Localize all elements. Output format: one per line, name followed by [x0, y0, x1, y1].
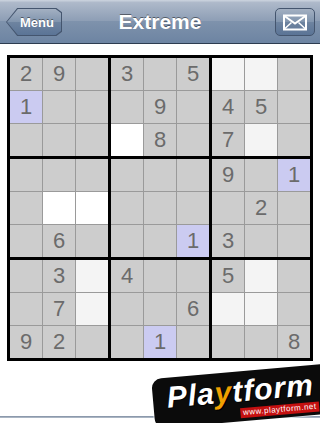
cell-r5c7[interactable] [212, 192, 244, 224]
cell-r5c9[interactable] [278, 192, 310, 224]
cell-r2c3[interactable] [76, 91, 108, 123]
box-3: 457 [212, 58, 310, 156]
cell-r4c2[interactable] [43, 159, 75, 191]
cell-r6c1[interactable] [10, 225, 42, 257]
cell-r6c4[interactable] [111, 225, 143, 257]
cell-r9c6[interactable] [177, 326, 209, 358]
mail-button[interactable] [275, 8, 315, 36]
menu-button-face: Menu [7, 9, 61, 35]
cell-r4c5[interactable] [144, 159, 176, 191]
cell-r8c4[interactable] [111, 293, 143, 325]
cell-r3c4[interactable] [111, 124, 143, 156]
navbar: Menu Extreme [0, 0, 320, 44]
cell-r5c6[interactable] [177, 192, 209, 224]
cell-r4c7[interactable]: 9 [212, 159, 244, 191]
cell-r5c2[interactable] [43, 192, 75, 224]
cell-r7c6[interactable] [177, 260, 209, 292]
box-6: 9123 [212, 159, 310, 257]
cell-r9c5[interactable]: 1 [144, 326, 176, 358]
logo-accent-letter: y [213, 375, 233, 409]
cell-r9c3[interactable] [76, 326, 108, 358]
box-9: 58 [212, 260, 310, 358]
cell-r5c5[interactable] [144, 192, 176, 224]
cell-r9c8[interactable] [245, 326, 277, 358]
cell-r2c7[interactable]: 4 [212, 91, 244, 123]
cell-r1c8[interactable] [245, 58, 277, 90]
cell-r8c6[interactable]: 6 [177, 293, 209, 325]
cell-r2c6[interactable] [177, 91, 209, 123]
cell-r1c5[interactable] [144, 58, 176, 90]
cell-r9c2[interactable]: 2 [43, 326, 75, 358]
cell-r2c5[interactable]: 9 [144, 91, 176, 123]
cell-r3c8[interactable] [245, 124, 277, 156]
cell-r5c4[interactable] [111, 192, 143, 224]
cell-r2c9[interactable] [278, 91, 310, 123]
cell-r9c1[interactable]: 9 [10, 326, 42, 358]
cell-r7c3[interactable] [76, 260, 108, 292]
cell-r4c8[interactable] [245, 159, 277, 191]
cell-r7c8[interactable] [245, 260, 277, 292]
app-screen: Menu Extreme 2913598457619123379246158 P… [0, 0, 320, 423]
cell-r8c5[interactable] [144, 293, 176, 325]
cell-r8c8[interactable] [245, 293, 277, 325]
cell-r8c3[interactable] [76, 293, 108, 325]
cell-r7c2[interactable]: 3 [43, 260, 75, 292]
cell-r7c5[interactable] [144, 260, 176, 292]
cell-r7c4[interactable]: 4 [111, 260, 143, 292]
cell-r8c2[interactable]: 7 [43, 293, 75, 325]
cell-r6c8[interactable] [245, 225, 277, 257]
cell-r1c9[interactable] [278, 58, 310, 90]
cell-r5c1[interactable] [10, 192, 42, 224]
cell-r6c9[interactable] [278, 225, 310, 257]
cell-r8c7[interactable] [212, 293, 244, 325]
menu-button[interactable]: Menu [6, 8, 62, 36]
cell-r7c7[interactable]: 5 [212, 260, 244, 292]
sudoku-grid: 2913598457619123379246158 [7, 55, 313, 361]
box-8: 461 [111, 260, 209, 358]
cell-r8c1[interactable] [10, 293, 42, 325]
box-7: 3792 [10, 260, 108, 358]
cell-r1c7[interactable] [212, 58, 244, 90]
envelope-icon [283, 14, 307, 31]
cell-r3c5[interactable]: 8 [144, 124, 176, 156]
cell-r9c4[interactable] [111, 326, 143, 358]
cell-r3c7[interactable]: 7 [212, 124, 244, 156]
cell-r9c9[interactable]: 8 [278, 326, 310, 358]
cell-r9c7[interactable] [212, 326, 244, 358]
cell-r1c1[interactable]: 2 [10, 58, 42, 90]
cell-r5c8[interactable]: 2 [245, 192, 277, 224]
cell-r5c3[interactable] [76, 192, 108, 224]
cell-r2c2[interactable] [43, 91, 75, 123]
cell-r2c4[interactable] [111, 91, 143, 123]
cell-r7c9[interactable] [278, 260, 310, 292]
cell-r3c9[interactable] [278, 124, 310, 156]
cell-r4c3[interactable] [76, 159, 108, 191]
box-2: 3598 [111, 58, 209, 156]
cell-r6c5[interactable] [144, 225, 176, 257]
cell-r7c1[interactable] [10, 260, 42, 292]
cell-r2c8[interactable]: 5 [245, 91, 277, 123]
cell-r6c2[interactable]: 6 [43, 225, 75, 257]
box-5: 1 [111, 159, 209, 257]
cell-r4c4[interactable] [111, 159, 143, 191]
box-4: 6 [10, 159, 108, 257]
cell-r1c2[interactable]: 9 [43, 58, 75, 90]
cell-r4c1[interactable] [10, 159, 42, 191]
cell-r1c4[interactable]: 3 [111, 58, 143, 90]
cell-r6c7[interactable]: 3 [212, 225, 244, 257]
cell-r2c1[interactable]: 1 [10, 91, 42, 123]
cell-r8c9[interactable] [278, 293, 310, 325]
cell-r3c2[interactable] [43, 124, 75, 156]
playtform-watermark: Playtform www.playtform.net [151, 363, 320, 423]
cell-r3c3[interactable] [76, 124, 108, 156]
cell-r3c1[interactable] [10, 124, 42, 156]
box-1: 291 [10, 58, 108, 156]
cell-r1c3[interactable] [76, 58, 108, 90]
cell-r4c9[interactable]: 1 [278, 159, 310, 191]
cell-r4c6[interactable] [177, 159, 209, 191]
menu-button-label: Menu [20, 15, 54, 30]
cell-r3c6[interactable] [177, 124, 209, 156]
cell-r1c6[interactable]: 5 [177, 58, 209, 90]
cell-r6c6[interactable]: 1 [177, 225, 209, 257]
cell-r6c3[interactable] [76, 225, 108, 257]
